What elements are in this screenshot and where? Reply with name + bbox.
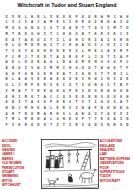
sky-lines	[45, 142, 97, 147]
woodcut-svg	[41, 139, 99, 189]
word-list-left: ACCUSEDDEVILHANGEDJAMES IMARKSOLD WOMENP…	[2, 139, 24, 187]
word-list-right: ACCUSATIONSENGLANDHEALERSLAWMATTHEW HOPK…	[100, 139, 130, 183]
puzzle-title: Witchcraft in Tudor and Stuart England	[0, 2, 134, 8]
word-search-grid: XXRLHRLXKVKPOORWMJWHCIJIAJAMESIKROIBOAIO…	[4, 14, 131, 128]
grid-cell[interactable]: D	[124, 122, 130, 128]
horse	[79, 169, 96, 183]
seated-figure	[68, 174, 73, 182]
word-search-sheet: Witchcraft in Tudor and Stuart England X…	[0, 0, 134, 190]
word-list-item: WITCHHUNT	[2, 183, 24, 187]
worksheet-page: Witchcraft in Tudor and Stuart England X…	[0, 0, 134, 190]
word-list-item: WITCHCRAFT	[100, 179, 130, 183]
hanged-figures	[59, 150, 79, 163]
ladder	[81, 152, 90, 170]
witch-hanging-woodcut-illustration	[41, 139, 99, 189]
